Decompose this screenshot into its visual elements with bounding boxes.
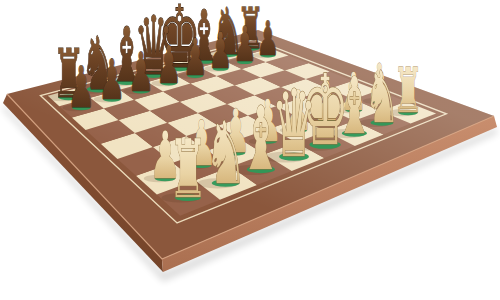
piece-black-pawn-e7: ♟ bbox=[179, 28, 208, 88]
chess-photo-scene: ♜♞♟♝♟♚♟♛♟♝♟♞♟♜♟♟♟♟♜♟♞♟♝♟♚♟♛♟♝♟♞♜ bbox=[0, 0, 500, 300]
piece-black-pawn-d7: ♟ bbox=[152, 34, 182, 95]
piece-black-pawn-f7: ♟ bbox=[204, 22, 233, 79]
piece-glyph: ♟ bbox=[208, 22, 232, 79]
piece-black-pawn-a7: ♟ bbox=[63, 54, 96, 121]
piece-glyph: ♟ bbox=[128, 41, 154, 103]
piece-white-rook-a1: ♜ bbox=[161, 123, 207, 216]
piece-black-pawn-g7: ♟ bbox=[229, 17, 257, 73]
piece-glyph: ♟ bbox=[183, 28, 208, 88]
piece-glyph: ♟ bbox=[256, 10, 279, 66]
piece-black-pawn-c7: ♟ bbox=[123, 41, 154, 103]
piece-glyph: ♟ bbox=[67, 54, 95, 121]
piece-glyph: ♟ bbox=[156, 34, 182, 95]
piece-black-pawn-b7: ♟ bbox=[94, 47, 126, 113]
piece-glyph: ♟ bbox=[98, 47, 125, 113]
piece-glyph: ♞ bbox=[204, 102, 246, 203]
piece-glyph: ♟ bbox=[233, 17, 257, 73]
chessboard: ♜♞♟♝♟♚♟♛♟♝♟♞♟♜♟♟♟♟♜♟♞♟♝♟♚♟♛♟♝♟♞♜ bbox=[0, 0, 500, 300]
piece-glyph: ♜ bbox=[168, 123, 207, 216]
